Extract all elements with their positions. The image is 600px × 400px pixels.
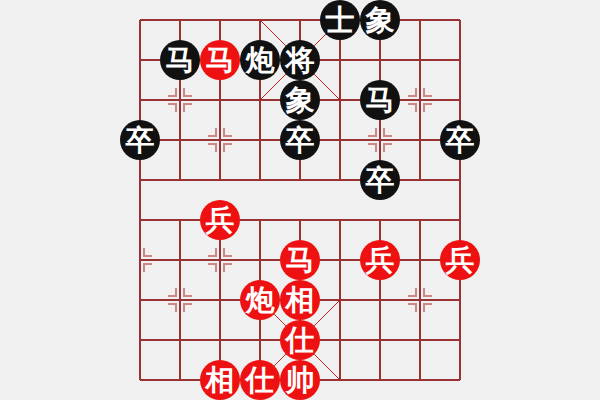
- intersection-0-4[interactable]: [120, 160, 160, 200]
- intersection-4-3[interactable]: 卒: [280, 120, 320, 160]
- intersection-2-6[interactable]: [200, 240, 240, 280]
- intersection-5-0[interactable]: 士: [320, 0, 360, 40]
- intersection-2-0[interactable]: [200, 0, 240, 40]
- intersection-4-7[interactable]: 相: [280, 280, 320, 320]
- intersection-6-9[interactable]: [360, 360, 400, 400]
- intersection-4-8[interactable]: 仕: [280, 320, 320, 360]
- intersection-2-7[interactable]: [200, 280, 240, 320]
- intersection-5-1[interactable]: [320, 40, 360, 80]
- intersection-3-8[interactable]: [240, 320, 280, 360]
- black-horse[interactable]: 马: [160, 40, 200, 80]
- intersection-8-0[interactable]: [440, 0, 480, 40]
- intersection-5-2[interactable]: [320, 80, 360, 120]
- intersection-6-7[interactable]: [360, 280, 400, 320]
- intersection-1-2[interactable]: [160, 80, 200, 120]
- intersection-7-8[interactable]: [400, 320, 440, 360]
- red-soldier[interactable]: 兵: [360, 240, 400, 280]
- black-soldier[interactable]: 卒: [120, 120, 160, 160]
- intersection-6-1[interactable]: [360, 40, 400, 80]
- intersection-2-2[interactable]: [200, 80, 240, 120]
- intersection-8-5[interactable]: [440, 200, 480, 240]
- intersection-5-5[interactable]: [320, 200, 360, 240]
- intersection-4-0[interactable]: [280, 0, 320, 40]
- red-horse[interactable]: 马: [280, 240, 320, 280]
- intersection-0-7[interactable]: [120, 280, 160, 320]
- intersection-1-4[interactable]: [160, 160, 200, 200]
- intersection-8-4[interactable]: [440, 160, 480, 200]
- intersection-1-7[interactable]: [160, 280, 200, 320]
- intersection-4-4[interactable]: [280, 160, 320, 200]
- intersection-7-6[interactable]: [400, 240, 440, 280]
- intersection-1-1[interactable]: 马: [160, 40, 200, 80]
- intersection-8-6[interactable]: 兵: [440, 240, 480, 280]
- intersection-0-3[interactable]: 卒: [120, 120, 160, 160]
- red-elephant[interactable]: 相: [280, 280, 320, 320]
- intersection-0-5[interactable]: [120, 200, 160, 240]
- red-cannon[interactable]: 炮: [240, 280, 280, 320]
- black-advisor[interactable]: 士: [320, 0, 360, 40]
- intersection-4-6[interactable]: 马: [280, 240, 320, 280]
- intersection-2-4[interactable]: [200, 160, 240, 200]
- intersection-7-0[interactable]: [400, 0, 440, 40]
- intersection-7-2[interactable]: [400, 80, 440, 120]
- intersection-1-9[interactable]: [160, 360, 200, 400]
- intersection-2-3[interactable]: [200, 120, 240, 160]
- intersection-5-9[interactable]: [320, 360, 360, 400]
- xiangqi-screen: 士象马马炮将象马卒卒卒卒兵马兵兵炮相仕相仕帅: [0, 0, 600, 400]
- intersection-6-4[interactable]: 卒: [360, 160, 400, 200]
- intersection-6-3[interactable]: [360, 120, 400, 160]
- intersection-7-7[interactable]: [400, 280, 440, 320]
- intersection-8-8[interactable]: [440, 320, 480, 360]
- intersection-3-4[interactable]: [240, 160, 280, 200]
- intersection-3-3[interactable]: [240, 120, 280, 160]
- red-general[interactable]: 帅: [280, 360, 320, 400]
- intersection-5-8[interactable]: [320, 320, 360, 360]
- xiangqi-board[interactable]: 士象马马炮将象马卒卒卒卒兵马兵兵炮相仕相仕帅: [120, 0, 480, 400]
- intersection-3-5[interactable]: [240, 200, 280, 240]
- intersection-1-8[interactable]: [160, 320, 200, 360]
- intersection-2-1[interactable]: 马: [200, 40, 240, 80]
- intersection-3-9[interactable]: 仕: [240, 360, 280, 400]
- intersection-7-4[interactable]: [400, 160, 440, 200]
- intersection-3-6[interactable]: [240, 240, 280, 280]
- intersection-3-1[interactable]: 炮: [240, 40, 280, 80]
- red-horse[interactable]: 马: [200, 40, 240, 80]
- red-soldier[interactable]: 兵: [440, 240, 480, 280]
- black-elephant[interactable]: 象: [360, 0, 400, 40]
- intersection-5-6[interactable]: [320, 240, 360, 280]
- intersection-8-3[interactable]: 卒: [440, 120, 480, 160]
- intersection-3-0[interactable]: [240, 0, 280, 40]
- intersection-8-1[interactable]: [440, 40, 480, 80]
- intersection-7-5[interactable]: [400, 200, 440, 240]
- intersection-4-1[interactable]: 将: [280, 40, 320, 80]
- intersection-6-6[interactable]: 兵: [360, 240, 400, 280]
- red-advisor[interactable]: 仕: [280, 320, 320, 360]
- intersection-0-8[interactable]: [120, 320, 160, 360]
- intersection-2-5[interactable]: 兵: [200, 200, 240, 240]
- intersection-7-3[interactable]: [400, 120, 440, 160]
- intersection-0-9[interactable]: [120, 360, 160, 400]
- intersection-8-7[interactable]: [440, 280, 480, 320]
- intersection-4-9[interactable]: 帅: [280, 360, 320, 400]
- intersection-1-3[interactable]: [160, 120, 200, 160]
- intersection-5-4[interactable]: [320, 160, 360, 200]
- intersection-2-8[interactable]: [200, 320, 240, 360]
- black-soldier[interactable]: 卒: [280, 120, 320, 160]
- intersection-1-5[interactable]: [160, 200, 200, 240]
- black-general[interactable]: 将: [280, 40, 320, 80]
- intersection-0-6[interactable]: [120, 240, 160, 280]
- intersection-1-0[interactable]: [160, 0, 200, 40]
- intersection-6-0[interactable]: 象: [360, 0, 400, 40]
- intersection-8-2[interactable]: [440, 80, 480, 120]
- red-advisor[interactable]: 仕: [240, 360, 280, 400]
- intersection-6-2[interactable]: 马: [360, 80, 400, 120]
- intersection-2-9[interactable]: 相: [200, 360, 240, 400]
- intersection-7-9[interactable]: [400, 360, 440, 400]
- intersection-3-7[interactable]: 炮: [240, 280, 280, 320]
- black-elephant[interactable]: 象: [280, 80, 320, 120]
- red-elephant[interactable]: 相: [200, 360, 240, 400]
- intersection-6-5[interactable]: [360, 200, 400, 240]
- intersection-4-5[interactable]: [280, 200, 320, 240]
- intersection-0-0[interactable]: [120, 0, 160, 40]
- intersection-5-7[interactable]: [320, 280, 360, 320]
- intersection-0-1[interactable]: [120, 40, 160, 80]
- intersection-4-2[interactable]: 象: [280, 80, 320, 120]
- intersection-8-9[interactable]: [440, 360, 480, 400]
- black-soldier[interactable]: 卒: [440, 120, 480, 160]
- intersection-0-2[interactable]: [120, 80, 160, 120]
- intersection-7-1[interactable]: [400, 40, 440, 80]
- intersection-6-8[interactable]: [360, 320, 400, 360]
- intersection-1-6[interactable]: [160, 240, 200, 280]
- black-horse[interactable]: 马: [360, 80, 400, 120]
- red-soldier[interactable]: 兵: [200, 200, 240, 240]
- intersection-5-3[interactable]: [320, 120, 360, 160]
- black-soldier[interactable]: 卒: [360, 160, 400, 200]
- black-cannon[interactable]: 炮: [240, 40, 280, 80]
- intersection-3-2[interactable]: [240, 80, 280, 120]
